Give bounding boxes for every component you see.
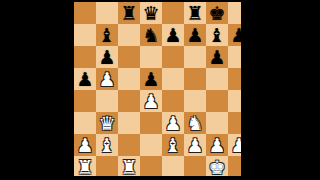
black-pawn: ♟: [76, 68, 93, 90]
square-f1: [184, 156, 206, 176]
black-pawn: ♟: [186, 24, 203, 46]
square-g5: [206, 68, 228, 90]
square-c8: ♜: [118, 2, 140, 24]
square-h3: [228, 112, 241, 134]
letterbox-left: [0, 0, 74, 180]
square-e6: [162, 46, 184, 68]
square-e5: [162, 68, 184, 90]
square-e8: [162, 2, 184, 24]
square-d4: ♟: [140, 90, 162, 112]
black-pawn: ♟: [142, 68, 159, 90]
square-a3: [74, 112, 96, 134]
square-e3: ♟: [162, 112, 184, 134]
white-pawn: ♟: [98, 68, 115, 90]
square-d1: [140, 156, 162, 176]
square-c5: [118, 68, 140, 90]
square-e1: [162, 156, 184, 176]
square-f5: [184, 68, 206, 90]
white-pawn: ♟: [142, 90, 159, 112]
square-g3: [206, 112, 228, 134]
video-frame: ♜♛♜♚♝♞♟♟♝♟♟♟♟♟♟♟♛♟♞♟♝♝♟♟♟♜♜♚: [0, 0, 320, 180]
square-h7: ♟: [228, 24, 241, 46]
square-g1: ♚: [206, 156, 228, 176]
square-b2: ♝: [96, 134, 118, 156]
square-c2: [118, 134, 140, 156]
square-b1: [96, 156, 118, 176]
white-pawn: ♟: [186, 134, 203, 156]
white-pawn: ♟: [230, 134, 241, 156]
white-bishop: ♝: [98, 134, 115, 156]
black-king: ♚: [208, 2, 225, 24]
square-h4: [228, 90, 241, 112]
square-d5: ♟: [140, 68, 162, 90]
square-f7: ♟: [184, 24, 206, 46]
white-queen: ♛: [98, 112, 115, 134]
white-knight: ♞: [186, 112, 203, 134]
square-f8: ♜: [184, 2, 206, 24]
black-knight: ♞: [142, 24, 159, 46]
black-bishop: ♝: [208, 24, 225, 46]
square-h8: [228, 2, 241, 24]
square-c3: [118, 112, 140, 134]
square-a6: [74, 46, 96, 68]
square-a8: [74, 2, 96, 24]
square-b4: [96, 90, 118, 112]
black-pawn: ♟: [230, 24, 241, 46]
square-c4: [118, 90, 140, 112]
white-bishop: ♝: [164, 134, 181, 156]
square-b7: ♝: [96, 24, 118, 46]
white-pawn: ♟: [164, 112, 181, 134]
square-b6: ♟: [96, 46, 118, 68]
square-f6: [184, 46, 206, 68]
board-viewport: ♜♛♜♚♝♞♟♟♝♟♟♟♟♟♟♟♛♟♞♟♝♝♟♟♟♜♜♚: [74, 2, 241, 176]
black-queen: ♛: [142, 2, 159, 24]
square-h1: [228, 156, 241, 176]
square-f3: ♞: [184, 112, 206, 134]
black-pawn: ♟: [208, 46, 225, 68]
square-e7: ♟: [162, 24, 184, 46]
square-a2: ♟: [74, 134, 96, 156]
letterbox-right: [241, 0, 320, 180]
black-pawn: ♟: [98, 46, 115, 68]
square-b8: [96, 2, 118, 24]
square-g7: ♝: [206, 24, 228, 46]
square-g6: ♟: [206, 46, 228, 68]
black-rook: ♜: [120, 2, 137, 24]
square-a7: [74, 24, 96, 46]
square-a1: ♜: [74, 156, 96, 176]
square-d6: [140, 46, 162, 68]
square-g2: ♟: [206, 134, 228, 156]
square-f2: ♟: [184, 134, 206, 156]
white-king: ♚: [208, 156, 225, 176]
square-g4: [206, 90, 228, 112]
square-d2: [140, 134, 162, 156]
square-b3: ♛: [96, 112, 118, 134]
square-d7: ♞: [140, 24, 162, 46]
square-f4: [184, 90, 206, 112]
square-b5: ♟: [96, 68, 118, 90]
square-e4: [162, 90, 184, 112]
square-h6: [228, 46, 241, 68]
white-pawn: ♟: [208, 134, 225, 156]
white-rook: ♜: [120, 156, 137, 176]
square-c7: [118, 24, 140, 46]
white-rook: ♜: [76, 156, 93, 176]
square-c6: [118, 46, 140, 68]
square-e2: ♝: [162, 134, 184, 156]
black-pawn: ♟: [164, 24, 181, 46]
black-rook: ♜: [186, 2, 203, 24]
square-d3: [140, 112, 162, 134]
white-pawn: ♟: [76, 134, 93, 156]
square-a4: [74, 90, 96, 112]
square-d8: ♛: [140, 2, 162, 24]
square-h2: ♟: [228, 134, 241, 156]
chess-board: ♜♛♜♚♝♞♟♟♝♟♟♟♟♟♟♟♛♟♞♟♝♝♟♟♟♜♜♚: [74, 2, 241, 176]
square-a5: ♟: [74, 68, 96, 90]
square-g8: ♚: [206, 2, 228, 24]
square-c1: ♜: [118, 156, 140, 176]
black-bishop: ♝: [98, 24, 115, 46]
square-h5: [228, 68, 241, 90]
